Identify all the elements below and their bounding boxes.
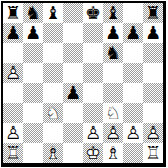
square-g5[interactable] (123, 63, 143, 83)
square-d1[interactable] (63, 143, 83, 163)
square-a2[interactable]: ♟♙ (3, 123, 23, 143)
square-a3[interactable] (3, 103, 23, 123)
square-h4[interactable] (143, 83, 163, 103)
black-bishop-f8[interactable]: ♝ (103, 3, 123, 23)
square-b4[interactable] (23, 83, 43, 103)
square-e8[interactable]: ♚ (83, 3, 103, 23)
square-a8[interactable]: ♜ (3, 3, 23, 23)
white-king-e1[interactable]: ♔ (83, 143, 103, 163)
square-e6[interactable] (83, 43, 103, 63)
chess-diagram: ♜♞♝♚♝♜♟♟♟♟♟♞♟♙♟♞♘♞♘♟♙♟♙♟♙♟♙♟♙♜♖♝♗♚♔♝♗♜♖ (0, 0, 168, 168)
square-e1[interactable]: ♚♔ (83, 143, 103, 163)
square-b6[interactable] (23, 43, 43, 63)
black-bishop-c8[interactable]: ♝ (43, 3, 63, 23)
square-b8[interactable]: ♞ (23, 3, 43, 23)
square-e4[interactable] (83, 83, 103, 103)
square-d5[interactable] (63, 63, 83, 83)
black-pawn-g7[interactable]: ♟ (123, 23, 143, 43)
square-g2[interactable]: ♟♙ (123, 123, 143, 143)
square-d8[interactable] (63, 3, 83, 23)
square-b3[interactable] (23, 103, 43, 123)
board-frame: ♜♞♝♚♝♜♟♟♟♟♟♞♟♙♟♞♘♞♘♟♙♟♙♟♙♟♙♟♙♜♖♝♗♚♔♝♗♜♖ (1, 1, 166, 167)
square-d7[interactable] (63, 23, 83, 43)
black-knight-b8[interactable]: ♞ (23, 3, 43, 23)
square-h6[interactable] (143, 43, 163, 63)
white-rook-h1[interactable]: ♖ (143, 143, 163, 163)
square-b1[interactable] (23, 143, 43, 163)
white-knight-c3[interactable]: ♘ (43, 103, 63, 123)
square-f8[interactable]: ♝ (103, 3, 123, 23)
square-c1[interactable]: ♝♗ (43, 143, 63, 163)
black-pawn-d4[interactable]: ♟ (63, 83, 83, 103)
square-c2[interactable] (43, 123, 63, 143)
white-pawn-a2[interactable]: ♙ (3, 123, 23, 143)
white-pawn-g2[interactable]: ♙ (123, 123, 143, 143)
square-e7[interactable] (83, 23, 103, 43)
square-g7[interactable]: ♟ (123, 23, 143, 43)
black-pawn-b7[interactable]: ♟ (23, 23, 43, 43)
square-f5[interactable] (103, 63, 123, 83)
white-pawn-f2[interactable]: ♙ (103, 123, 123, 143)
square-b5[interactable] (23, 63, 43, 83)
square-f4[interactable] (103, 83, 123, 103)
white-bishop-f1[interactable]: ♗ (103, 143, 123, 163)
square-f3[interactable]: ♞♘ (103, 103, 123, 123)
square-h7[interactable]: ♟ (143, 23, 163, 43)
square-g1[interactable] (123, 143, 143, 163)
square-h8[interactable]: ♜ (143, 3, 163, 23)
white-bishop-c1[interactable]: ♗ (43, 143, 63, 163)
square-c8[interactable]: ♝ (43, 3, 63, 23)
square-f6[interactable]: ♞ (103, 43, 123, 63)
square-f2[interactable]: ♟♙ (103, 123, 123, 143)
white-knight-f3[interactable]: ♘ (103, 103, 123, 123)
square-b7[interactable]: ♟ (23, 23, 43, 43)
square-f1[interactable]: ♝♗ (103, 143, 123, 163)
square-h1[interactable]: ♜♖ (143, 143, 163, 163)
square-f7[interactable]: ♟ (103, 23, 123, 43)
black-pawn-a7[interactable]: ♟ (3, 23, 23, 43)
black-pawn-h7[interactable]: ♟ (143, 23, 163, 43)
square-a4[interactable] (3, 83, 23, 103)
square-d2[interactable] (63, 123, 83, 143)
black-rook-a8[interactable]: ♜ (3, 3, 23, 23)
square-g6[interactable] (123, 43, 143, 63)
square-c5[interactable] (43, 63, 63, 83)
black-knight-f6[interactable]: ♞ (103, 43, 123, 63)
chess-board: ♜♞♝♚♝♜♟♟♟♟♟♞♟♙♟♞♘♞♘♟♙♟♙♟♙♟♙♟♙♜♖♝♗♚♔♝♗♜♖ (3, 3, 163, 163)
black-king-e8[interactable]: ♚ (83, 3, 103, 23)
square-g4[interactable] (123, 83, 143, 103)
square-d4[interactable]: ♟ (63, 83, 83, 103)
white-pawn-e2[interactable]: ♙ (83, 123, 103, 143)
square-e5[interactable] (83, 63, 103, 83)
square-a5[interactable]: ♟♙ (3, 63, 23, 83)
square-c4[interactable] (43, 83, 63, 103)
square-b2[interactable] (23, 123, 43, 143)
square-g3[interactable] (123, 103, 143, 123)
square-h2[interactable]: ♟♙ (143, 123, 163, 143)
black-pawn-f7[interactable]: ♟ (103, 23, 123, 43)
white-pawn-a5[interactable]: ♙ (3, 63, 23, 83)
square-a1[interactable]: ♜♖ (3, 143, 23, 163)
square-a6[interactable] (3, 43, 23, 63)
square-c7[interactable] (43, 23, 63, 43)
square-h3[interactable] (143, 103, 163, 123)
square-d6[interactable] (63, 43, 83, 63)
square-a7[interactable]: ♟ (3, 23, 23, 43)
square-h5[interactable] (143, 63, 163, 83)
square-c3[interactable]: ♞♘ (43, 103, 63, 123)
white-pawn-h2[interactable]: ♙ (143, 123, 163, 143)
square-e3[interactable] (83, 103, 103, 123)
black-rook-h8[interactable]: ♜ (143, 3, 163, 23)
square-e2[interactable]: ♟♙ (83, 123, 103, 143)
white-rook-a1[interactable]: ♖ (3, 143, 23, 163)
square-d3[interactable] (63, 103, 83, 123)
square-g8[interactable] (123, 3, 143, 23)
square-c6[interactable] (43, 43, 63, 63)
